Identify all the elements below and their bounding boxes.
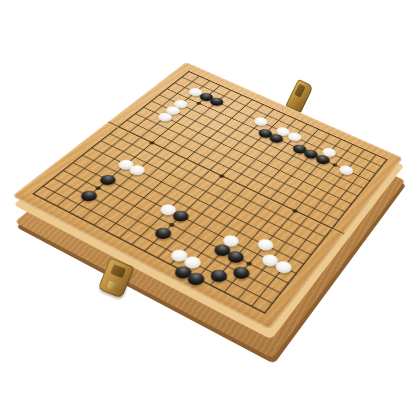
go-board-product-photo bbox=[0, 0, 416, 416]
board-face bbox=[12, 62, 403, 330]
